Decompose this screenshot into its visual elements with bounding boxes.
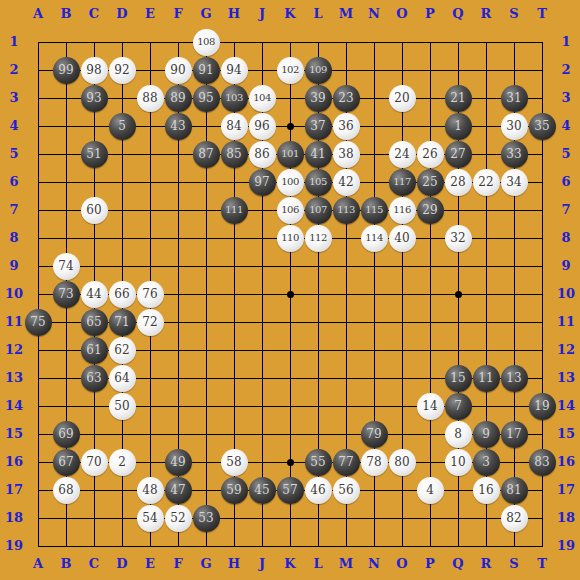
intersection-T14[interactable]: 19: [528, 392, 556, 420]
intersection-N7[interactable]: 115: [360, 196, 388, 224]
stone-white-O7[interactable]: 116: [389, 197, 416, 224]
col-label-F: F: [164, 0, 192, 28]
intersection-H2[interactable]: 94: [220, 56, 248, 84]
intersection-S15[interactable]: 17: [500, 420, 528, 448]
stone-black-H7[interactable]: 111: [221, 197, 248, 224]
stone-black-C12[interactable]: 61: [81, 337, 108, 364]
intersection-D13[interactable]: 64: [108, 364, 136, 392]
intersection-H17[interactable]: 59: [220, 476, 248, 504]
stone-black-M16[interactable]: 77: [333, 449, 360, 476]
row-label-13: 13: [552, 364, 580, 392]
col-label-K: K: [276, 0, 304, 28]
stone-black-H17[interactable]: 59: [221, 477, 248, 504]
intersection-Q13[interactable]: 15: [444, 364, 472, 392]
stone-black-A11[interactable]: 75: [25, 309, 52, 336]
move-number: 54: [142, 512, 157, 524]
intersection-M4[interactable]: 36: [332, 112, 360, 140]
stone-black-H3[interactable]: 103: [221, 85, 248, 112]
move-number: 50: [114, 400, 129, 412]
intersection-B2[interactable]: 99: [52, 56, 80, 84]
move-number: 45: [254, 484, 269, 496]
intersection-C11[interactable]: 65: [80, 308, 108, 336]
row-labels-right: 12345678910111213141516171819: [552, 28, 580, 560]
stone-white-D16[interactable]: 2: [109, 449, 136, 476]
intersection-R13[interactable]: 11: [472, 364, 500, 392]
intersection-G18[interactable]: 53: [192, 504, 220, 532]
intersection-H3[interactable]: 103: [220, 84, 248, 112]
intersection-D11[interactable]: 71: [108, 308, 136, 336]
stone-black-Q14[interactable]: 7: [445, 393, 472, 420]
intersection-C3[interactable]: 93: [80, 84, 108, 112]
intersection-T16[interactable]: 83: [528, 448, 556, 476]
move-number: 4: [426, 484, 434, 496]
row-label-16: 16: [552, 448, 580, 476]
intersection-D12[interactable]: 62: [108, 336, 136, 364]
intersection-Q14[interactable]: 7: [444, 392, 472, 420]
stone-black-C3[interactable]: 93: [81, 85, 108, 112]
stone-white-H2[interactable]: 94: [221, 57, 248, 84]
intersection-Q5[interactable]: 27: [444, 140, 472, 168]
stone-black-G2[interactable]: 91: [193, 57, 220, 84]
stone-black-F17[interactable]: 47: [165, 477, 192, 504]
stone-black-G18[interactable]: 53: [193, 505, 220, 532]
move-number: 34: [506, 176, 521, 188]
intersection-N16[interactable]: 78: [360, 448, 388, 476]
stone-black-T16[interactable]: 83: [529, 449, 556, 476]
intersection-N8[interactable]: 114: [360, 224, 388, 252]
intersection-D4[interactable]: 5: [108, 112, 136, 140]
intersection-S5[interactable]: 33: [500, 140, 528, 168]
intersection-L3[interactable]: 39: [304, 84, 332, 112]
stone-white-D2[interactable]: 92: [109, 57, 136, 84]
stone-black-P6[interactable]: 25: [417, 169, 444, 196]
intersection-R16[interactable]: 3: [472, 448, 500, 476]
star-dot: [287, 459, 294, 466]
intersection-J17[interactable]: 45: [248, 476, 276, 504]
move-number: 27: [450, 148, 465, 160]
row-label-14: 14: [552, 392, 580, 420]
stone-black-J6[interactable]: 97: [249, 169, 276, 196]
intersection-O3[interactable]: 20: [388, 84, 416, 112]
row-label-9: 9: [552, 252, 580, 280]
stone-white-M6[interactable]: 42: [333, 169, 360, 196]
move-number: 2: [118, 456, 126, 468]
stone-black-L3[interactable]: 39: [305, 85, 332, 112]
intersection-O8[interactable]: 40: [388, 224, 416, 252]
move-number: 117: [393, 177, 411, 187]
intersection-L7[interactable]: 107: [304, 196, 332, 224]
stone-white-C16[interactable]: 70: [81, 449, 108, 476]
intersection-C7[interactable]: 60: [80, 196, 108, 224]
move-number: 72: [142, 316, 157, 328]
intersection-O6[interactable]: 117: [388, 168, 416, 196]
stone-black-N7[interactable]: 115: [361, 197, 388, 224]
intersection-C12[interactable]: 61: [80, 336, 108, 364]
stone-black-S17[interactable]: 81: [501, 477, 528, 504]
move-number: 5: [118, 120, 126, 132]
intersection-C13[interactable]: 63: [80, 364, 108, 392]
intersection-K5[interactable]: 101: [276, 140, 304, 168]
stone-black-B16[interactable]: 67: [53, 449, 80, 476]
stone-white-B17[interactable]: 68: [53, 477, 80, 504]
stone-black-M7[interactable]: 113: [333, 197, 360, 224]
intersection-C16[interactable]: 70: [80, 448, 108, 476]
intersection-E10[interactable]: 76: [136, 280, 164, 308]
intersection-B17[interactable]: 68: [52, 476, 80, 504]
stone-black-L5[interactable]: 41: [305, 141, 332, 168]
move-number: 29: [422, 204, 437, 216]
stone-white-J4[interactable]: 96: [249, 113, 276, 140]
intersection-C10[interactable]: 44: [80, 280, 108, 308]
col-label-E: E: [136, 0, 164, 28]
intersection-F16[interactable]: 49: [164, 448, 192, 476]
move-number: 67: [58, 456, 73, 468]
stone-black-L16[interactable]: 55: [305, 449, 332, 476]
intersection-O5[interactable]: 24: [388, 140, 416, 168]
stone-white-M17[interactable]: 56: [333, 477, 360, 504]
intersection-F2[interactable]: 90: [164, 56, 192, 84]
stone-black-L2[interactable]: 109: [305, 57, 332, 84]
intersection-M6[interactable]: 42: [332, 168, 360, 196]
stone-white-E11[interactable]: 72: [137, 309, 164, 336]
intersection-K2[interactable]: 102: [276, 56, 304, 84]
intersection-S18[interactable]: 82: [500, 504, 528, 532]
intersection-A11[interactable]: 75: [24, 308, 52, 336]
intersection-M7[interactable]: 113: [332, 196, 360, 224]
col-label-L: L: [304, 0, 332, 28]
stone-white-Q15[interactable]: 8: [445, 421, 472, 448]
stone-white-F18[interactable]: 52: [165, 505, 192, 532]
intersection-P6[interactable]: 25: [416, 168, 444, 196]
intersection-O16[interactable]: 80: [388, 448, 416, 476]
stone-white-K7[interactable]: 106: [277, 197, 304, 224]
move-number: 76: [142, 288, 157, 300]
stone-white-J5[interactable]: 86: [249, 141, 276, 168]
move-number: 20: [394, 92, 409, 104]
intersection-F4[interactable]: 43: [164, 112, 192, 140]
move-number: 92: [114, 64, 129, 76]
col-label-G: G: [192, 0, 220, 28]
intersection-T4[interactable]: 35: [528, 112, 556, 140]
stone-white-F2[interactable]: 90: [165, 57, 192, 84]
intersection-O7[interactable]: 116: [388, 196, 416, 224]
stone-white-D14[interactable]: 50: [109, 393, 136, 420]
intersection-S6[interactable]: 34: [500, 168, 528, 196]
move-number: 52: [170, 512, 185, 524]
intersection-M5[interactable]: 38: [332, 140, 360, 168]
stone-black-Q4[interactable]: 1: [445, 113, 472, 140]
stone-white-C7[interactable]: 60: [81, 197, 108, 224]
stone-white-D13[interactable]: 64: [109, 365, 136, 392]
stone-white-C2[interactable]: 98: [81, 57, 108, 84]
intersection-L16[interactable]: 55: [304, 448, 332, 476]
stone-white-D10[interactable]: 66: [109, 281, 136, 308]
intersection-P5[interactable]: 26: [416, 140, 444, 168]
stone-black-C13[interactable]: 63: [81, 365, 108, 392]
intersection-F18[interactable]: 52: [164, 504, 192, 532]
star-point-K16: [276, 448, 304, 476]
stone-white-R17[interactable]: 16: [473, 477, 500, 504]
intersection-H5[interactable]: 85: [220, 140, 248, 168]
intersection-S4[interactable]: 30: [500, 112, 528, 140]
stone-black-G3[interactable]: 95: [193, 85, 220, 112]
go-board[interactable]: 1089998929091941021099388899510310439232…: [24, 28, 556, 560]
stone-black-S15[interactable]: 17: [501, 421, 528, 448]
stone-white-K8[interactable]: 110: [277, 225, 304, 252]
stone-black-L4[interactable]: 37: [305, 113, 332, 140]
intersection-B9[interactable]: 74: [52, 252, 80, 280]
intersection-D16[interactable]: 2: [108, 448, 136, 476]
stone-black-M3[interactable]: 23: [333, 85, 360, 112]
intersection-P7[interactable]: 29: [416, 196, 444, 224]
move-number: 17: [506, 428, 521, 440]
move-number: 32: [450, 232, 465, 244]
stone-black-K17[interactable]: 57: [277, 477, 304, 504]
intersection-Q16[interactable]: 10: [444, 448, 472, 476]
star-point-Q10: [444, 280, 472, 308]
stone-white-J3[interactable]: 104: [249, 85, 276, 112]
intersection-L8[interactable]: 112: [304, 224, 332, 252]
move-number: 60: [86, 204, 101, 216]
stone-white-P17[interactable]: 4: [417, 477, 444, 504]
col-label-Q: Q: [444, 0, 472, 28]
stone-white-H4[interactable]: 84: [221, 113, 248, 140]
intersection-Q3[interactable]: 21: [444, 84, 472, 112]
intersection-E11[interactable]: 72: [136, 308, 164, 336]
stone-white-E17[interactable]: 48: [137, 477, 164, 504]
row-label-17: 17: [552, 476, 580, 504]
stone-black-C5[interactable]: 51: [81, 141, 108, 168]
stone-white-O5[interactable]: 24: [389, 141, 416, 168]
stone-black-K5[interactable]: 101: [277, 141, 304, 168]
intersection-M16[interactable]: 77: [332, 448, 360, 476]
move-number: 89: [170, 92, 185, 104]
col-label-S: S: [500, 0, 528, 28]
stone-white-S6[interactable]: 34: [501, 169, 528, 196]
stone-black-T14[interactable]: 19: [529, 393, 556, 420]
intersection-J4[interactable]: 96: [248, 112, 276, 140]
intersection-D10[interactable]: 66: [108, 280, 136, 308]
intersection-Q4[interactable]: 1: [444, 112, 472, 140]
intersection-K6[interactable]: 100: [276, 168, 304, 196]
stone-black-D4[interactable]: 5: [109, 113, 136, 140]
move-number: 74: [58, 260, 73, 272]
row-label-10: 10: [552, 280, 580, 308]
stone-white-K2[interactable]: 102: [277, 57, 304, 84]
intersection-H4[interactable]: 84: [220, 112, 248, 140]
intersection-J5[interactable]: 86: [248, 140, 276, 168]
stone-black-B10[interactable]: 73: [53, 281, 80, 308]
move-number: 106: [281, 205, 299, 215]
intersection-K7[interactable]: 106: [276, 196, 304, 224]
row-label-4: 4: [552, 112, 580, 140]
move-number: 100: [281, 177, 299, 187]
intersection-L6[interactable]: 105: [304, 168, 332, 196]
stone-black-L7[interactable]: 107: [305, 197, 332, 224]
stone-black-J17[interactable]: 45: [249, 477, 276, 504]
stone-black-R16[interactable]: 3: [473, 449, 500, 476]
stone-black-H5[interactable]: 85: [221, 141, 248, 168]
intersection-L5[interactable]: 41: [304, 140, 332, 168]
stone-black-B15[interactable]: 69: [53, 421, 80, 448]
intersection-P17[interactable]: 4: [416, 476, 444, 504]
stone-white-B9[interactable]: 74: [53, 253, 80, 280]
stone-black-R13[interactable]: 11: [473, 365, 500, 392]
intersection-G3[interactable]: 95: [192, 84, 220, 112]
stone-white-O3[interactable]: 20: [389, 85, 416, 112]
stone-white-M5[interactable]: 38: [333, 141, 360, 168]
stone-white-H16[interactable]: 58: [221, 449, 248, 476]
stone-black-D11[interactable]: 71: [109, 309, 136, 336]
move-number: 59: [226, 484, 241, 496]
intersection-M3[interactable]: 23: [332, 84, 360, 112]
intersection-H7[interactable]: 111: [220, 196, 248, 224]
col-label-N: N: [360, 0, 388, 28]
intersection-D14[interactable]: 50: [108, 392, 136, 420]
intersection-C5[interactable]: 51: [80, 140, 108, 168]
intersection-E3[interactable]: 88: [136, 84, 164, 112]
intersection-L4[interactable]: 37: [304, 112, 332, 140]
stone-white-P14[interactable]: 14: [417, 393, 444, 420]
stone-white-E18[interactable]: 54: [137, 505, 164, 532]
intersection-J3[interactable]: 104: [248, 84, 276, 112]
intersection-G2[interactable]: 91: [192, 56, 220, 84]
stone-black-F4[interactable]: 43: [165, 113, 192, 140]
intersection-H16[interactable]: 58: [220, 448, 248, 476]
intersection-B10[interactable]: 73: [52, 280, 80, 308]
stone-white-O8[interactable]: 40: [389, 225, 416, 252]
move-number: 31: [506, 92, 521, 104]
move-number: 11: [478, 372, 493, 384]
intersection-L17[interactable]: 46: [304, 476, 332, 504]
stone-black-S13[interactable]: 13: [501, 365, 528, 392]
intersection-N15[interactable]: 79: [360, 420, 388, 448]
intersection-Q6[interactable]: 28: [444, 168, 472, 196]
move-number: 71: [114, 316, 129, 328]
intersection-E17[interactable]: 48: [136, 476, 164, 504]
stone-black-C11[interactable]: 65: [81, 309, 108, 336]
move-number: 24: [394, 148, 409, 160]
intersection-B15[interactable]: 69: [52, 420, 80, 448]
intersection-F17[interactable]: 47: [164, 476, 192, 504]
intersection-B16[interactable]: 67: [52, 448, 80, 476]
move-number: 14: [422, 400, 437, 412]
stone-black-R15[interactable]: 9: [473, 421, 500, 448]
move-number: 40: [394, 232, 409, 244]
stone-white-G1[interactable]: 108: [193, 29, 220, 56]
stone-white-C10[interactable]: 44: [81, 281, 108, 308]
intersection-D2[interactable]: 92: [108, 56, 136, 84]
intersection-R17[interactable]: 16: [472, 476, 500, 504]
stone-white-N16[interactable]: 78: [361, 449, 388, 476]
stone-black-N15[interactable]: 79: [361, 421, 388, 448]
intersection-F3[interactable]: 89: [164, 84, 192, 112]
move-number: 79: [366, 428, 381, 440]
stone-black-Q13[interactable]: 15: [445, 365, 472, 392]
stone-white-D12[interactable]: 62: [109, 337, 136, 364]
intersection-L2[interactable]: 109: [304, 56, 332, 84]
move-number: 93: [86, 92, 101, 104]
move-number: 77: [338, 456, 353, 468]
move-number: 33: [506, 148, 521, 160]
stone-white-L17[interactable]: 46: [305, 477, 332, 504]
intersection-P14[interactable]: 14: [416, 392, 444, 420]
intersection-K8[interactable]: 110: [276, 224, 304, 252]
move-number: 80: [394, 456, 409, 468]
col-label-C: C: [80, 0, 108, 28]
intersection-M17[interactable]: 56: [332, 476, 360, 504]
stone-white-S4[interactable]: 30: [501, 113, 528, 140]
intersection-J6[interactable]: 97: [248, 168, 276, 196]
stone-black-S3[interactable]: 31: [501, 85, 528, 112]
stone-white-Q16[interactable]: 10: [445, 449, 472, 476]
intersection-G1[interactable]: 108: [192, 28, 220, 56]
stone-white-S18[interactable]: 82: [501, 505, 528, 532]
intersection-Q15[interactable]: 8: [444, 420, 472, 448]
stone-black-Q5[interactable]: 27: [445, 141, 472, 168]
stone-white-R6[interactable]: 22: [473, 169, 500, 196]
move-number: 102: [281, 65, 299, 75]
intersection-Q8[interactable]: 32: [444, 224, 472, 252]
intersection-R15[interactable]: 9: [472, 420, 500, 448]
intersection-E18[interactable]: 54: [136, 504, 164, 532]
row-label-15: 15: [552, 420, 580, 448]
stone-white-Q6[interactable]: 28: [445, 169, 472, 196]
col-label-B: B: [52, 0, 80, 28]
move-number: 97: [254, 176, 269, 188]
stone-black-G5[interactable]: 87: [193, 141, 220, 168]
stone-white-O16[interactable]: 80: [389, 449, 416, 476]
move-number: 104: [253, 93, 271, 103]
stone-white-K6[interactable]: 100: [277, 169, 304, 196]
move-number: 53: [198, 512, 213, 524]
stone-black-T4[interactable]: 35: [529, 113, 556, 140]
intersection-S17[interactable]: 81: [500, 476, 528, 504]
move-number: 23: [338, 92, 353, 104]
move-number: 42: [338, 176, 353, 188]
stone-black-F16[interactable]: 49: [165, 449, 192, 476]
move-number: 115: [365, 205, 383, 215]
stone-white-Q8[interactable]: 32: [445, 225, 472, 252]
col-label-J: J: [248, 0, 276, 28]
intersection-R6[interactable]: 22: [472, 168, 500, 196]
stone-black-P7[interactable]: 29: [417, 197, 444, 224]
stone-black-F3[interactable]: 89: [165, 85, 192, 112]
stone-white-P5[interactable]: 26: [417, 141, 444, 168]
stone-white-L8[interactable]: 112: [305, 225, 332, 252]
intersection-K17[interactable]: 57: [276, 476, 304, 504]
stone-black-B2[interactable]: 99: [53, 57, 80, 84]
move-number: 44: [86, 288, 101, 300]
stone-white-E3[interactable]: 88: [137, 85, 164, 112]
move-number: 63: [86, 372, 101, 384]
intersection-S3[interactable]: 31: [500, 84, 528, 112]
move-number: 25: [422, 176, 437, 188]
intersection-S13[interactable]: 13: [500, 364, 528, 392]
move-number: 36: [338, 120, 353, 132]
intersection-G5[interactable]: 87: [192, 140, 220, 168]
stone-white-N8[interactable]: 114: [361, 225, 388, 252]
intersection-C2[interactable]: 98: [80, 56, 108, 84]
move-number: 46: [310, 484, 325, 496]
stone-white-M4[interactable]: 36: [333, 113, 360, 140]
stone-black-S5[interactable]: 33: [501, 141, 528, 168]
stone-black-O6[interactable]: 117: [389, 169, 416, 196]
stone-white-E10[interactable]: 76: [137, 281, 164, 308]
stone-black-L6[interactable]: 105: [305, 169, 332, 196]
move-number: 39: [310, 92, 325, 104]
stone-black-Q3[interactable]: 21: [445, 85, 472, 112]
